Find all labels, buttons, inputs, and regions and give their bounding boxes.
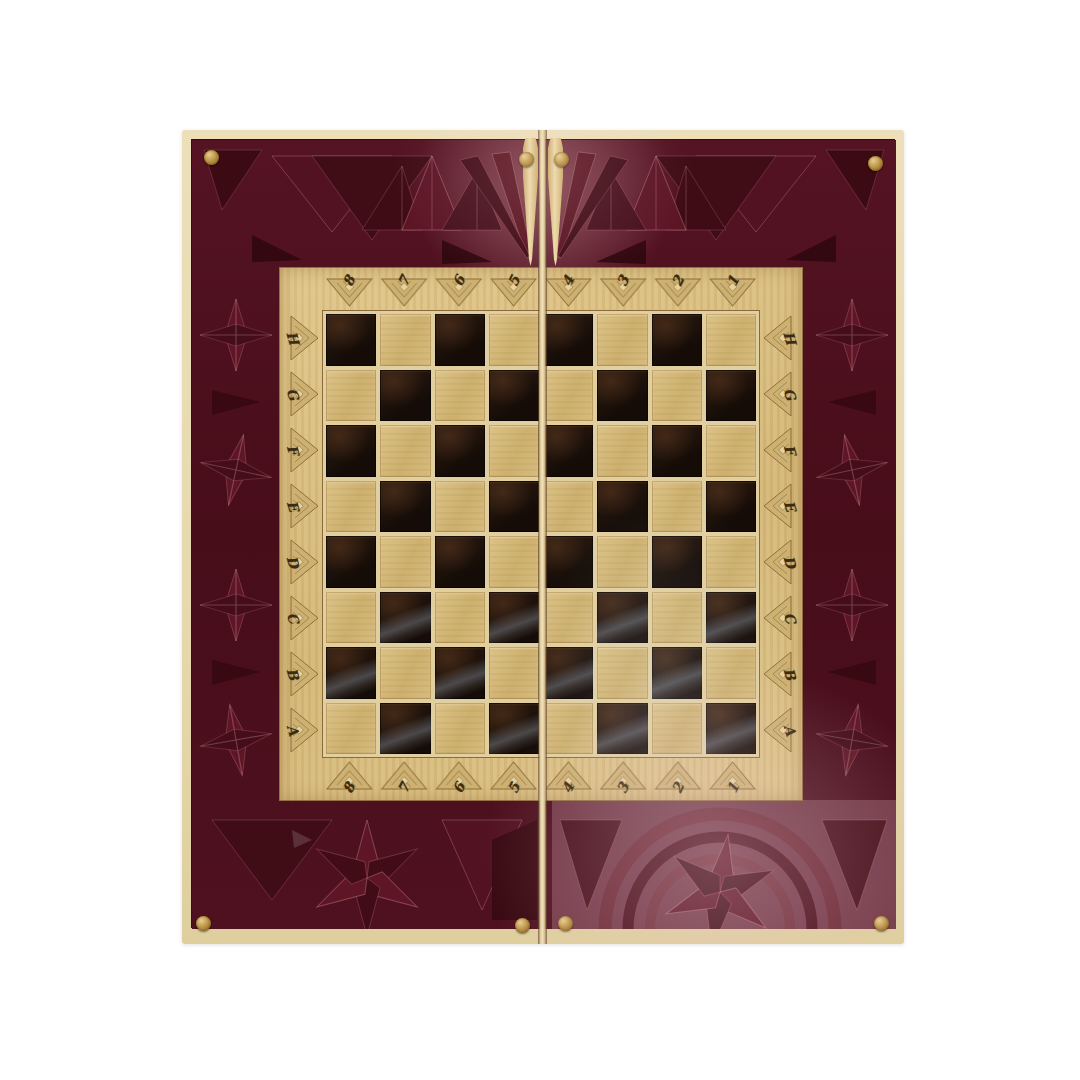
square-A8[interactable] (326, 703, 376, 755)
file-label-bottom-6: 6 (450, 780, 469, 796)
square-F4[interactable] (543, 425, 593, 477)
brass-pin (868, 156, 883, 171)
file-label-top-2: 2 (669, 273, 688, 289)
square-C4[interactable] (543, 592, 593, 644)
square-D4[interactable] (543, 536, 593, 588)
square-E2[interactable] (652, 481, 702, 533)
square-E4[interactable] (543, 481, 593, 533)
zigzag-right-icon (762, 310, 792, 758)
rank-label-right-D: D (781, 554, 800, 570)
square-F7[interactable] (380, 425, 430, 477)
rank-label-left-A: A (284, 723, 302, 738)
rank-label-left-B: B (284, 666, 303, 682)
fold-seam (538, 130, 547, 944)
file-label-top-6: 6 (450, 273, 469, 289)
file-label-top-1: 1 (723, 273, 742, 289)
square-C5[interactable] (489, 592, 539, 644)
square-A4[interactable] (543, 703, 593, 755)
square-A3[interactable] (597, 703, 647, 755)
square-A7[interactable] (380, 703, 430, 755)
square-C7[interactable] (380, 592, 430, 644)
file-label-top-3: 3 (614, 273, 633, 289)
file-label-bottom-2: 2 (669, 780, 688, 796)
square-A5[interactable] (489, 703, 539, 755)
square-G4[interactable] (543, 370, 593, 422)
brass-pin (554, 152, 569, 167)
file-label-bottom-3: 3 (614, 780, 633, 796)
file-label-top-5: 5 (504, 273, 523, 289)
square-D5[interactable] (489, 536, 539, 588)
square-C6[interactable] (435, 592, 485, 644)
square-F5[interactable] (489, 425, 539, 477)
square-C3[interactable] (597, 592, 647, 644)
square-G2[interactable] (652, 370, 702, 422)
brass-pin (558, 916, 573, 931)
square-G6[interactable] (435, 370, 485, 422)
square-E5[interactable] (489, 481, 539, 533)
square-B2[interactable] (652, 647, 702, 699)
square-D3[interactable] (597, 536, 647, 588)
rank-label-right-C: C (781, 610, 799, 625)
square-F6[interactable] (435, 425, 485, 477)
square-E7[interactable] (380, 481, 430, 533)
square-B7[interactable] (380, 647, 430, 699)
square-C2[interactable] (652, 592, 702, 644)
square-G1[interactable] (706, 370, 756, 422)
square-B3[interactable] (597, 647, 647, 699)
square-E3[interactable] (597, 481, 647, 533)
rank-label-left-F: F (284, 443, 302, 457)
brass-pin (515, 918, 530, 933)
rank-label-left-C: C (284, 610, 302, 625)
rank-label-left-H: H (283, 329, 302, 346)
square-H5[interactable] (489, 314, 539, 366)
rank-label-right-F: F (781, 443, 799, 457)
rank-label-left-G: G (284, 386, 303, 402)
square-H8[interactable] (326, 314, 376, 366)
square-H1[interactable] (706, 314, 756, 366)
square-E1[interactable] (706, 481, 756, 533)
square-D1[interactable] (706, 536, 756, 588)
brass-pin (204, 150, 219, 165)
square-H2[interactable] (652, 314, 702, 366)
square-H6[interactable] (435, 314, 485, 366)
file-label-bottom-5: 5 (504, 780, 523, 796)
board-photo: 8765432187654321HGFEDCBAHGFEDCBA (182, 130, 904, 944)
square-B6[interactable] (435, 647, 485, 699)
square-F2[interactable] (652, 425, 702, 477)
rank-label-left-D: D (284, 554, 303, 570)
square-A6[interactable] (435, 703, 485, 755)
file-label-bottom-1: 1 (723, 780, 742, 796)
rank-label-right-B: B (781, 666, 800, 682)
square-G3[interactable] (597, 370, 647, 422)
zigzag-left-icon (290, 310, 320, 758)
square-G5[interactable] (489, 370, 539, 422)
file-label-top-4: 4 (559, 273, 578, 289)
square-B5[interactable] (489, 647, 539, 699)
square-F3[interactable] (597, 425, 647, 477)
square-E6[interactable] (435, 481, 485, 533)
square-F1[interactable] (706, 425, 756, 477)
rank-label-right-G: G (781, 386, 800, 402)
square-H4[interactable] (543, 314, 593, 366)
square-H7[interactable] (380, 314, 430, 366)
square-A2[interactable] (652, 703, 702, 755)
square-C1[interactable] (706, 592, 756, 644)
square-H3[interactable] (597, 314, 647, 366)
file-label-bottom-7: 7 (395, 780, 414, 796)
rank-label-right-E: E (781, 499, 799, 514)
file-label-bottom-4: 4 (559, 780, 578, 796)
square-B8[interactable] (326, 647, 376, 699)
square-C8[interactable] (326, 592, 376, 644)
square-G7[interactable] (380, 370, 430, 422)
square-D7[interactable] (380, 536, 430, 588)
square-D6[interactable] (435, 536, 485, 588)
square-D8[interactable] (326, 536, 376, 588)
file-label-bottom-8: 8 (340, 780, 359, 796)
square-B4[interactable] (543, 647, 593, 699)
brass-pin (874, 916, 889, 931)
file-label-top-8: 8 (340, 273, 359, 289)
square-A1[interactable] (706, 703, 756, 755)
file-label-top-7: 7 (395, 273, 414, 289)
square-D2[interactable] (652, 536, 702, 588)
rank-label-right-H: H (780, 329, 799, 346)
brass-pin (519, 152, 534, 167)
brass-pin (196, 916, 211, 931)
square-B1[interactable] (706, 647, 756, 699)
square-F8[interactable] (326, 425, 376, 477)
square-G8[interactable] (326, 370, 376, 422)
rank-label-left-E: E (284, 499, 302, 514)
rank-label-right-A: A (781, 723, 799, 738)
square-E8[interactable] (326, 481, 376, 533)
